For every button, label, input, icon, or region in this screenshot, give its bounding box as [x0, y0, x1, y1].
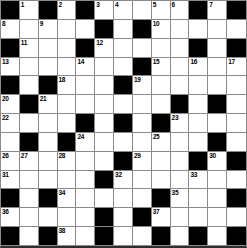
white-cell-r5c0[interactable]: 20 [1, 95, 20, 114]
black-cell-r2c4 [76, 39, 95, 58]
black-cell-r8c6 [114, 152, 133, 171]
white-cell-r6c11[interactable] [208, 114, 227, 133]
clue-number-26: 26 [2, 152, 9, 159]
clue-number-14: 14 [77, 58, 84, 65]
white-cell-r11c2[interactable] [39, 208, 58, 227]
white-cell-r11c4[interactable] [76, 208, 95, 227]
clue-number-6: 6 [172, 1, 175, 8]
black-cell-r10c8 [152, 189, 171, 208]
black-cell-r0c10 [189, 1, 208, 20]
white-cell-r1c6[interactable] [114, 20, 133, 39]
white-cell-r11c3[interactable] [58, 208, 77, 227]
black-cell-r5c9 [171, 95, 190, 114]
white-cell-r12c1[interactable] [20, 227, 39, 246]
white-cell-r3c9[interactable] [171, 58, 190, 77]
white-cell-r1c4[interactable] [76, 20, 95, 39]
clue-number-1: 1 [21, 1, 24, 8]
white-cell-r3c11[interactable] [208, 58, 227, 77]
white-cell-r3c5[interactable] [95, 58, 114, 77]
white-cell-r8c8[interactable] [152, 152, 171, 171]
white-cell-r2c9[interactable] [171, 39, 190, 58]
white-cell-r0c8[interactable]: 5 [152, 1, 171, 20]
clue-number-33: 33 [190, 171, 197, 178]
white-cell-r9c6[interactable]: 32 [114, 171, 133, 190]
white-cell-r0c1[interactable]: 1 [20, 1, 39, 20]
clue-number-13: 13 [2, 58, 9, 65]
white-cell-r3c8[interactable]: 15 [152, 58, 171, 77]
white-cell-r3c3[interactable] [58, 58, 77, 77]
white-cell-r7c10[interactable] [189, 133, 208, 152]
clue-number-32: 32 [115, 171, 122, 178]
black-cell-r0c0 [1, 1, 20, 20]
white-cell-r2c8[interactable] [152, 39, 171, 58]
white-cell-r8c1[interactable]: 27 [20, 152, 39, 171]
white-cell-r5c2[interactable]: 21 [39, 95, 58, 114]
black-cell-r6c4 [76, 114, 95, 133]
white-cell-r7c9[interactable] [171, 133, 190, 152]
white-cell-r7c7[interactable] [133, 133, 152, 152]
white-cell-r1c0[interactable]: 8 [1, 20, 20, 39]
white-cell-r10c9[interactable]: 35 [171, 189, 190, 208]
white-cell-r9c7[interactable] [133, 171, 152, 190]
white-cell-r11c12[interactable] [227, 208, 246, 227]
white-cell-r5c5[interactable] [95, 95, 114, 114]
white-cell-r4c12[interactable] [227, 76, 246, 95]
white-cell-r12c3[interactable]: 38 [58, 227, 77, 246]
black-cell-r5c1 [20, 95, 39, 114]
black-cell-r8c10 [189, 152, 208, 171]
white-cell-r5c7[interactable] [133, 95, 152, 114]
white-cell-r9c1[interactable] [20, 171, 39, 190]
white-cell-r8c5[interactable] [95, 152, 114, 171]
white-cell-r8c7[interactable]: 29 [133, 152, 152, 171]
clue-number-35: 35 [172, 189, 179, 196]
white-cell-r1c11[interactable] [208, 20, 227, 39]
black-cell-r4c2 [39, 76, 58, 95]
clue-number-2: 2 [59, 1, 62, 8]
clue-number-15: 15 [153, 58, 160, 65]
white-cell-r9c8[interactable] [152, 171, 171, 190]
black-cell-r10c12 [227, 189, 246, 208]
black-cell-r9c5 [95, 171, 114, 190]
white-cell-r4c5[interactable] [95, 76, 114, 95]
white-cell-r7c5[interactable] [95, 133, 114, 152]
white-cell-r12c7[interactable] [133, 227, 152, 246]
black-cell-r11c5 [95, 208, 114, 227]
white-cell-r8c0[interactable]: 26 [1, 152, 20, 171]
white-cell-r0c7[interactable] [133, 1, 152, 20]
white-cell-r4c10[interactable] [189, 76, 208, 95]
black-cell-r11c7 [133, 208, 152, 227]
white-cell-r3c1[interactable] [20, 58, 39, 77]
white-cell-r10c3[interactable]: 34 [58, 189, 77, 208]
white-cell-r7c6[interactable] [114, 133, 133, 152]
white-cell-r8c9[interactable] [171, 152, 190, 171]
clue-number-31: 31 [2, 171, 9, 178]
clue-number-3: 3 [96, 1, 99, 8]
white-cell-r4c9[interactable] [171, 76, 190, 95]
crossword-grid: 1234567891011121314151617181920212223242… [1, 1, 246, 246]
white-cell-r6c3[interactable] [58, 114, 77, 133]
white-cell-r12c6[interactable] [114, 227, 133, 246]
black-cell-r1c5 [95, 20, 114, 39]
black-cell-r10c0 [1, 189, 20, 208]
white-cell-r7c2[interactable] [39, 133, 58, 152]
clue-number-36: 36 [2, 208, 9, 215]
white-cell-r3c4[interactable]: 14 [76, 58, 95, 77]
black-cell-r2c12 [227, 39, 246, 58]
white-cell-r11c10[interactable] [189, 208, 208, 227]
black-cell-r7c3 [58, 133, 77, 152]
white-cell-r1c10[interactable] [189, 20, 208, 39]
white-cell-r5c8[interactable] [152, 95, 171, 114]
white-cell-r8c3[interactable]: 28 [58, 152, 77, 171]
black-cell-r1c7 [133, 20, 152, 39]
white-cell-r0c9[interactable]: 6 [171, 1, 190, 20]
clue-number-25: 25 [153, 133, 160, 140]
white-cell-r3c2[interactable] [39, 58, 58, 77]
clue-number-28: 28 [59, 152, 66, 159]
white-cell-r10c7[interactable] [133, 189, 152, 208]
clue-number-29: 29 [134, 152, 141, 159]
white-cell-r2c11[interactable] [208, 39, 227, 58]
white-cell-r3c6[interactable] [114, 58, 133, 77]
white-cell-r6c9[interactable]: 23 [171, 114, 190, 133]
white-cell-r1c9[interactable] [171, 20, 190, 39]
white-cell-r3c10[interactable]: 16 [189, 58, 208, 77]
clue-number-24: 24 [77, 133, 84, 140]
white-cell-r4c4[interactable] [76, 76, 95, 95]
black-cell-r12c2 [39, 227, 58, 246]
white-cell-r6c10[interactable] [189, 114, 208, 133]
clue-number-38: 38 [59, 227, 66, 234]
white-cell-r9c12[interactable] [227, 171, 246, 190]
white-cell-r7c0[interactable] [1, 133, 20, 152]
clue-number-30: 30 [209, 152, 216, 159]
white-cell-r11c8[interactable]: 37 [152, 208, 171, 227]
clue-number-11: 11 [21, 39, 27, 46]
black-cell-r2c10 [189, 39, 208, 58]
clue-number-10: 10 [153, 20, 160, 27]
white-cell-r10c11[interactable] [208, 189, 227, 208]
clue-number-17: 17 [228, 58, 235, 65]
white-cell-r5c10[interactable] [189, 95, 208, 114]
clue-number-5: 5 [153, 1, 156, 8]
black-cell-r12c10 [189, 227, 208, 246]
white-cell-r4c11[interactable] [208, 76, 227, 95]
black-cell-r4c0 [1, 76, 20, 95]
clue-number-34: 34 [59, 189, 66, 196]
white-cell-r0c3[interactable]: 2 [58, 1, 77, 20]
white-cell-r4c3[interactable]: 18 [58, 76, 77, 95]
clue-number-19: 19 [134, 76, 141, 83]
white-cell-r6c1[interactable] [20, 114, 39, 133]
clue-number-12: 12 [96, 39, 103, 46]
black-cell-r0c12 [227, 1, 246, 20]
white-cell-r1c2[interactable]: 9 [39, 20, 58, 39]
black-cell-r3c7 [133, 58, 152, 77]
black-cell-r6c6 [114, 114, 133, 133]
white-cell-r9c2[interactable] [39, 171, 58, 190]
black-cell-r12c5 [95, 227, 114, 246]
white-cell-r3c0[interactable]: 13 [1, 58, 20, 77]
black-cell-r12c0 [1, 227, 20, 246]
white-cell-r1c8[interactable]: 10 [152, 20, 171, 39]
black-cell-r5c11 [208, 95, 227, 114]
white-cell-r11c9[interactable] [171, 208, 190, 227]
white-cell-r4c8[interactable] [152, 76, 171, 95]
white-cell-r7c8[interactable]: 25 [152, 133, 171, 152]
white-cell-r3c12[interactable]: 17 [227, 58, 246, 77]
clue-number-4: 4 [115, 1, 118, 8]
white-cell-r10c6[interactable] [114, 189, 133, 208]
clue-number-9: 9 [40, 20, 43, 27]
white-cell-r0c11[interactable]: 7 [208, 1, 227, 20]
white-cell-r0c5[interactable]: 3 [95, 1, 114, 20]
white-cell-r5c3[interactable] [58, 95, 77, 114]
white-cell-r2c5[interactable]: 12 [95, 39, 114, 58]
white-cell-r11c11[interactable] [208, 208, 227, 227]
white-cell-r4c7[interactable]: 19 [133, 76, 152, 95]
clue-number-27: 27 [21, 152, 28, 159]
white-cell-r10c1[interactable] [20, 189, 39, 208]
black-cell-r2c0 [1, 39, 20, 58]
white-cell-r1c3[interactable] [58, 20, 77, 39]
white-cell-r2c3[interactable] [58, 39, 77, 58]
white-cell-r6c0[interactable]: 22 [1, 114, 20, 133]
white-cell-r5c12[interactable] [227, 95, 246, 114]
white-cell-r9c9[interactable] [171, 171, 190, 190]
white-cell-r7c12[interactable] [227, 133, 246, 152]
white-cell-r10c10[interactable] [189, 189, 208, 208]
white-cell-r12c4[interactable] [76, 227, 95, 246]
black-cell-r8c12 [227, 152, 246, 171]
clue-number-20: 20 [2, 95, 9, 102]
black-cell-r10c2 [39, 189, 58, 208]
white-cell-r9c3[interactable] [58, 171, 77, 190]
white-cell-r5c4[interactable] [76, 95, 95, 114]
black-cell-r12c12 [227, 227, 246, 246]
white-cell-r1c1[interactable] [20, 20, 39, 39]
white-cell-r5c6[interactable] [114, 95, 133, 114]
white-cell-r6c2[interactable] [39, 114, 58, 133]
clue-number-16: 16 [190, 58, 197, 65]
white-cell-r2c7[interactable] [133, 39, 152, 58]
clue-number-18: 18 [59, 76, 66, 83]
white-cell-r9c0[interactable]: 31 [1, 171, 20, 190]
white-cell-r2c6[interactable] [114, 39, 133, 58]
clue-number-23: 23 [172, 114, 179, 121]
white-cell-r8c11[interactable]: 30 [208, 152, 227, 171]
clue-number-22: 22 [2, 114, 9, 121]
white-cell-r6c5[interactable] [95, 114, 114, 133]
white-cell-r0c6[interactable]: 4 [114, 1, 133, 20]
white-cell-r11c6[interactable] [114, 208, 133, 227]
white-cell-r11c0[interactable]: 36 [1, 208, 20, 227]
white-cell-r2c2[interactable] [39, 39, 58, 58]
black-cell-r6c8 [152, 114, 171, 133]
black-cell-r7c11 [208, 133, 227, 152]
white-cell-r10c4[interactable] [76, 189, 95, 208]
black-cell-r7c1 [20, 133, 39, 152]
clue-number-8: 8 [2, 20, 5, 27]
white-cell-r4c1[interactable] [20, 76, 39, 95]
white-cell-r12c11[interactable] [208, 227, 227, 246]
white-cell-r9c10[interactable]: 33 [189, 171, 208, 190]
clue-number-21: 21 [40, 95, 47, 102]
white-cell-r1c12[interactable] [227, 20, 246, 39]
white-cell-r2c1[interactable]: 11 [20, 39, 39, 58]
black-cell-r12c8 [152, 227, 171, 246]
clue-number-37: 37 [153, 208, 160, 215]
white-cell-r9c4[interactable] [76, 171, 95, 190]
white-cell-r8c4[interactable] [76, 152, 95, 171]
black-cell-r0c2 [39, 1, 58, 20]
white-cell-r8c2[interactable] [39, 152, 58, 171]
white-cell-r11c1[interactable] [20, 208, 39, 227]
white-cell-r6c12[interactable] [227, 114, 246, 133]
black-cell-r0c4 [76, 1, 95, 20]
crossword-board: 1234567891011121314151617181920212223242… [0, 0, 247, 248]
white-cell-r6c7[interactable] [133, 114, 152, 133]
clue-number-7: 7 [209, 1, 212, 8]
white-cell-r7c4[interactable]: 24 [76, 133, 95, 152]
white-cell-r10c5[interactable] [95, 189, 114, 208]
black-cell-r4c6 [114, 76, 133, 95]
white-cell-r12c9[interactable] [171, 227, 190, 246]
white-cell-r9c11[interactable] [208, 171, 227, 190]
